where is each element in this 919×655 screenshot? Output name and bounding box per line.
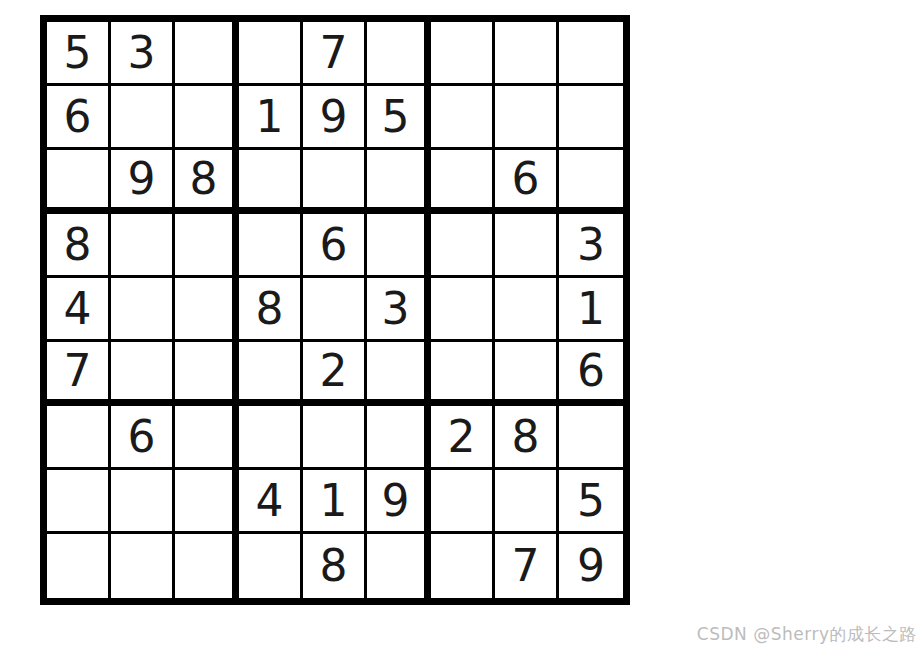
sudoku-cell-empty	[367, 150, 431, 214]
sudoku-cell-given: 7	[303, 22, 367, 86]
sudoku-cell-given: 6	[559, 342, 623, 406]
sudoku-cell-empty	[175, 214, 239, 278]
sudoku-cell-empty	[367, 214, 431, 278]
sudoku-cell-empty	[559, 150, 623, 214]
sudoku-cell-empty	[47, 406, 111, 470]
sudoku-board: 537619598686348317266284195879	[40, 15, 630, 605]
sudoku-cell-empty	[47, 150, 111, 214]
sudoku-cell-empty	[47, 470, 111, 534]
sudoku-cell-empty	[495, 22, 559, 86]
sudoku-cell-empty	[111, 342, 175, 406]
sudoku-cell-given: 1	[303, 470, 367, 534]
sudoku-cell-empty	[367, 342, 431, 406]
sudoku-cell-empty	[431, 214, 495, 278]
sudoku-cell-empty	[111, 214, 175, 278]
sudoku-cell-given: 9	[111, 150, 175, 214]
sudoku-cell-given: 9	[559, 534, 623, 598]
sudoku-cell-empty	[431, 150, 495, 214]
sudoku-cell-empty	[239, 150, 303, 214]
sudoku-cell-empty	[495, 278, 559, 342]
sudoku-cell-empty	[175, 342, 239, 406]
sudoku-cell-given: 4	[47, 278, 111, 342]
sudoku-cell-empty	[175, 278, 239, 342]
sudoku-cell-empty	[495, 470, 559, 534]
sudoku-cell-empty	[303, 150, 367, 214]
sudoku-cell-empty	[431, 278, 495, 342]
sudoku-cell-given: 9	[367, 470, 431, 534]
sudoku-cell-empty	[175, 534, 239, 598]
sudoku-cell-given: 2	[431, 406, 495, 470]
sudoku-cell-empty	[431, 22, 495, 86]
sudoku-cell-empty	[303, 278, 367, 342]
sudoku-cell-empty	[431, 534, 495, 598]
sudoku-cell-given: 6	[111, 406, 175, 470]
sudoku-cell-given: 5	[47, 22, 111, 86]
sudoku-cell-given: 5	[559, 470, 623, 534]
sudoku-cell-empty	[47, 534, 111, 598]
sudoku-cell-given: 3	[367, 278, 431, 342]
sudoku-cell-empty	[239, 214, 303, 278]
sudoku-cell-empty	[495, 342, 559, 406]
sudoku-cell-empty	[559, 22, 623, 86]
watermark-text: CSDN @Sherry的成长之路	[697, 623, 917, 646]
sudoku-cell-empty	[239, 342, 303, 406]
sudoku-cell-given: 7	[47, 342, 111, 406]
sudoku-cell-empty	[111, 86, 175, 150]
sudoku-cell-given: 5	[367, 86, 431, 150]
sudoku-cell-empty	[367, 534, 431, 598]
sudoku-cell-given: 6	[495, 150, 559, 214]
sudoku-cell-empty	[495, 86, 559, 150]
sudoku-cell-empty	[175, 86, 239, 150]
sudoku-cell-given: 3	[559, 214, 623, 278]
sudoku-cell-empty	[559, 86, 623, 150]
sudoku-cell-empty	[175, 22, 239, 86]
sudoku-cell-given: 9	[303, 86, 367, 150]
sudoku-cell-given: 6	[47, 86, 111, 150]
sudoku-cell-empty	[111, 534, 175, 598]
sudoku-cell-given: 8	[175, 150, 239, 214]
sudoku-cell-empty	[239, 406, 303, 470]
sudoku-cell-given: 7	[495, 534, 559, 598]
sudoku-cell-empty	[367, 22, 431, 86]
sudoku-cell-given: 8	[47, 214, 111, 278]
sudoku-cell-given: 8	[495, 406, 559, 470]
sudoku-cell-given: 3	[111, 22, 175, 86]
sudoku-cell-given: 4	[239, 470, 303, 534]
sudoku-cell-empty	[111, 470, 175, 534]
sudoku-cell-empty	[431, 86, 495, 150]
sudoku-cell-empty	[175, 470, 239, 534]
sudoku-cell-empty	[367, 406, 431, 470]
sudoku-cell-empty	[559, 406, 623, 470]
sudoku-cell-empty	[239, 534, 303, 598]
sudoku-cell-empty	[175, 406, 239, 470]
sudoku-cell-given: 1	[239, 86, 303, 150]
sudoku-cell-empty	[431, 342, 495, 406]
sudoku-cell-given: 2	[303, 342, 367, 406]
sudoku-cell-empty	[495, 214, 559, 278]
sudoku-cell-empty	[303, 406, 367, 470]
sudoku-cell-given: 6	[303, 214, 367, 278]
sudoku-cell-given: 1	[559, 278, 623, 342]
sudoku-cell-empty	[111, 278, 175, 342]
sudoku-cell-given: 8	[303, 534, 367, 598]
sudoku-cell-empty	[431, 470, 495, 534]
sudoku-cell-given: 8	[239, 278, 303, 342]
sudoku-cell-empty	[239, 22, 303, 86]
